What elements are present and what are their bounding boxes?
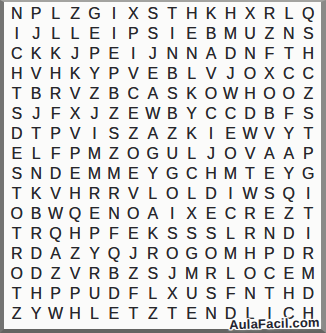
grid-cell[interactable]: Z (65, 4, 84, 24)
grid-cell[interactable]: H (46, 64, 65, 84)
grid-cell[interactable]: Z (104, 144, 123, 164)
grid-cell[interactable]: Q (46, 224, 65, 244)
grid-cell[interactable]: Q (279, 184, 298, 204)
grid-cell[interactable]: O (124, 144, 143, 164)
grid-cell[interactable]: Z (124, 264, 143, 284)
grid-cell[interactable]: P (299, 144, 318, 164)
grid-cell[interactable]: Z (260, 24, 279, 44)
grid-cell[interactable]: Z (7, 304, 26, 324)
grid-cell[interactable]: U (240, 24, 259, 44)
grid-cell[interactable]: P (85, 44, 104, 64)
grid-cell[interactable]: B (260, 104, 279, 124)
grid-cell[interactable]: Y (182, 104, 201, 124)
grid-cell[interactable]: W (46, 204, 65, 224)
grid-cell[interactable]: D (299, 284, 318, 304)
grid-cell[interactable]: I (299, 184, 318, 204)
grid-cell[interactable]: H (65, 224, 84, 244)
grid-cell[interactable]: C (260, 264, 279, 284)
grid-cell[interactable]: Z (279, 204, 298, 224)
grid-cell[interactable]: A (201, 44, 220, 64)
grid-cell[interactable]: O (7, 204, 26, 224)
grid-cell[interactable]: V (124, 184, 143, 204)
grid-cell[interactable]: F (279, 104, 298, 124)
grid-cell[interactable]: B (201, 24, 220, 44)
grid-cell[interactable]: S (143, 4, 162, 24)
grid-cell[interactable]: H (299, 44, 318, 64)
grid-cell[interactable]: Q (299, 4, 318, 24)
grid-cell[interactable]: S (163, 84, 182, 104)
grid-cell[interactable]: A (143, 84, 162, 104)
grid-cell[interactable]: G (163, 164, 182, 184)
grid-cell[interactable]: C (124, 84, 143, 104)
grid-cell[interactable]: V (46, 184, 65, 204)
grid-cell[interactable]: E (201, 204, 220, 224)
grid-cell[interactable]: Z (124, 124, 143, 144)
grid-cell[interactable]: Q (104, 244, 123, 264)
grid-cell[interactable]: D (46, 164, 65, 184)
grid-cell[interactable]: F (260, 44, 279, 64)
grid-cell[interactable]: A (279, 144, 298, 164)
grid-cell[interactable]: D (221, 44, 240, 64)
grid-cell[interactable]: B (26, 204, 45, 224)
grid-cell[interactable]: G (182, 244, 201, 264)
grid-cell[interactable]: R (143, 244, 162, 264)
grid-cell[interactable]: G (143, 144, 162, 164)
grid-cell[interactable]: T (279, 44, 298, 64)
grid-cell[interactable]: J (26, 104, 45, 124)
grid-cell[interactable]: E (279, 264, 298, 284)
grid-cell[interactable]: U (163, 144, 182, 164)
grid-cell[interactable]: D (201, 184, 220, 204)
grid-cell[interactable]: X (65, 104, 84, 124)
grid-cell[interactable]: D (279, 244, 298, 264)
grid-cell[interactable]: K (65, 64, 84, 84)
grid-cell[interactable]: N (260, 224, 279, 244)
grid-cell[interactable]: J (163, 264, 182, 284)
grid-cell[interactable]: O (201, 244, 220, 264)
grid-cell[interactable]: I (163, 24, 182, 44)
grid-cell[interactable]: D (26, 264, 45, 284)
grid-cell[interactable]: O (163, 244, 182, 264)
grid-cell[interactable]: E (182, 304, 201, 324)
grid-cell[interactable]: E (221, 124, 240, 144)
grid-cell[interactable]: N (240, 284, 259, 304)
grid-cell[interactable]: E (65, 164, 84, 184)
grid-cell[interactable]: J (201, 144, 220, 164)
grid-cell[interactable]: T (240, 164, 259, 184)
grid-cell[interactable]: U (182, 284, 201, 304)
grid-cell[interactable]: D (104, 284, 123, 304)
grid-cell[interactable]: W (221, 84, 240, 104)
grid-cell[interactable]: T (260, 284, 279, 304)
grid-cell[interactable]: E (124, 104, 143, 124)
grid-cell[interactable]: S (260, 184, 279, 204)
watermark: AulaFacil.com (229, 315, 320, 332)
grid-cell[interactable]: C (201, 104, 220, 124)
grid-cell[interactable]: O (124, 204, 143, 224)
word-search-board: NPLZGIXSTHKHXRLQIJLLEIPSIEBMUZNSCKKJPEIJ… (0, 0, 326, 333)
grid-cell[interactable]: R (85, 184, 104, 204)
grid-cell[interactable]: H (26, 284, 45, 304)
grid-cell[interactable]: X (182, 204, 201, 224)
grid-cell[interactable]: O (201, 84, 220, 104)
grid-cell[interactable]: J (143, 44, 162, 64)
grid-cell[interactable]: Y (26, 304, 45, 324)
grid-cell[interactable]: C (221, 204, 240, 224)
grid-cell[interactable]: M (182, 264, 201, 284)
grid-cell[interactable]: B (163, 104, 182, 124)
grid-cell[interactable]: M (104, 164, 123, 184)
grid-cell[interactable]: E (124, 164, 143, 184)
grid-cell[interactable]: J (85, 104, 104, 124)
grid-cell[interactable]: E (124, 224, 143, 244)
grid-cell[interactable]: L (221, 224, 240, 244)
grid-cell[interactable]: L (182, 144, 201, 164)
grid-cell[interactable]: E (104, 304, 123, 324)
grid-cell[interactable]: S (299, 24, 318, 44)
grid-cell[interactable]: L (26, 144, 45, 164)
grid-cell[interactable]: P (65, 144, 84, 164)
grid-cell[interactable]: V (260, 124, 279, 144)
grid-cell[interactable]: A (260, 144, 279, 164)
grid-cell[interactable]: F (46, 104, 65, 124)
grid-cell[interactable]: R (240, 224, 259, 244)
grid-cell[interactable]: T (299, 204, 318, 224)
grid-cell[interactable]: V (240, 144, 259, 164)
grid-cell[interactable]: H (240, 84, 259, 104)
grid-cell[interactable]: D (26, 244, 45, 264)
grid-cell[interactable]: N (104, 204, 123, 224)
grid-cell[interactable]: P (46, 124, 65, 144)
grid-cell[interactable]: A (46, 244, 65, 264)
grid-cell[interactable]: N (201, 304, 220, 324)
grid-cell[interactable]: S (143, 264, 162, 284)
grid-cell[interactable]: H (221, 4, 240, 24)
grid-cell[interactable]: V (26, 64, 45, 84)
grid-cell[interactable]: E (260, 164, 279, 184)
grid-cell[interactable]: A (143, 124, 162, 144)
grid-cell[interactable]: L (279, 4, 298, 24)
grid-cell[interactable]: P (85, 224, 104, 244)
grid-cell[interactable]: A (143, 204, 162, 224)
grid-cell[interactable]: Y (85, 244, 104, 264)
grid-cell[interactable]: I (85, 124, 104, 144)
grid-cell[interactable]: S (299, 104, 318, 124)
grid-cell[interactable]: N (182, 44, 201, 64)
grid-cell[interactable]: O (279, 84, 298, 104)
grid-cell[interactable]: I (104, 4, 123, 24)
grid-cell[interactable]: H (7, 64, 26, 84)
grid-cell[interactable]: Z (104, 104, 123, 124)
grid-cell[interactable]: H (65, 184, 84, 204)
grid-cell[interactable]: Z (163, 124, 182, 144)
grid-cell[interactable]: R (201, 264, 220, 284)
grid-cell[interactable]: C (299, 64, 318, 84)
grid-cell[interactable]: R (85, 264, 104, 284)
grid-cell[interactable]: T (7, 224, 26, 244)
grid-cell[interactable]: N (240, 44, 259, 64)
grid-cell[interactable]: M (299, 264, 318, 284)
grid-cell[interactable]: L (143, 184, 162, 204)
grid-cell[interactable]: I (104, 24, 123, 44)
grid-cell[interactable]: P (26, 4, 45, 24)
grid-cell[interactable]: O (240, 64, 259, 84)
grid-cell[interactable]: T (163, 4, 182, 24)
grid-cell[interactable]: Z (65, 244, 84, 264)
grid-cell[interactable]: M (85, 144, 104, 164)
grid-cell[interactable]: I (7, 24, 26, 44)
grid-cell[interactable]: F (104, 224, 123, 244)
grid-cell[interactable]: Y (279, 124, 298, 144)
grid-cell[interactable]: P (260, 244, 279, 264)
grid-cell[interactable]: N (279, 24, 298, 44)
grid-cell[interactable]: L (221, 264, 240, 284)
grid-cell[interactable]: H (279, 284, 298, 304)
grid-cell[interactable]: E (260, 204, 279, 224)
grid-cell[interactable]: J (124, 244, 143, 264)
grid-cell[interactable]: W (143, 104, 162, 124)
grid-cell[interactable]: S (104, 124, 123, 144)
grid-cell[interactable]: L (182, 64, 201, 84)
grid-cell[interactable]: W (240, 124, 259, 144)
grid-cell[interactable]: L (65, 24, 84, 44)
grid-cell[interactable]: D (240, 104, 259, 124)
grid-cell[interactable]: O (260, 84, 279, 104)
grid-cell[interactable]: T (124, 304, 143, 324)
grid-cell[interactable]: W (46, 304, 65, 324)
grid-cell[interactable]: L (85, 304, 104, 324)
grid-cell[interactable]: L (46, 4, 65, 24)
grid-cell[interactable]: X (124, 4, 143, 24)
grid-cell[interactable]: M (221, 164, 240, 184)
grid-cell[interactable]: T (7, 184, 26, 204)
grid-cell[interactable]: N (163, 44, 182, 64)
grid-cell[interactable]: S (201, 224, 220, 244)
grid-cell[interactable]: E (85, 204, 104, 224)
grid-cell[interactable]: E (143, 64, 162, 84)
grid-cell[interactable]: L (182, 184, 201, 204)
grid-cell[interactable]: X (240, 4, 259, 24)
grid-cell[interactable]: O (163, 184, 182, 204)
grid-cell[interactable]: B (104, 84, 123, 104)
grid-cell[interactable]: K (182, 84, 201, 104)
grid-cell[interactable]: M (85, 164, 104, 184)
grid-cell[interactable]: X (260, 64, 279, 84)
grid-cell[interactable]: Z (299, 84, 318, 104)
grid-cell[interactable]: G (299, 164, 318, 184)
grid-cell[interactable]: Y (143, 164, 162, 184)
grid-cell[interactable]: B (104, 264, 123, 284)
grid-cell[interactable]: E (104, 44, 123, 64)
grid-cell[interactable]: C (7, 44, 26, 64)
grid-cell[interactable]: T (26, 124, 45, 144)
grid-cell[interactable]: C (182, 164, 201, 184)
grid-cell[interactable]: N (7, 4, 26, 24)
grid-cell[interactable]: R (104, 184, 123, 204)
grid-cell[interactable]: I (124, 44, 143, 64)
grid-cell[interactable]: U (85, 284, 104, 304)
grid-cell[interactable]: K (182, 124, 201, 144)
grid-cell[interactable]: P (65, 284, 84, 304)
grid-cell[interactable]: R (46, 84, 65, 104)
grid-cell[interactable]: F (46, 144, 65, 164)
grid-cell[interactable]: S (201, 284, 220, 304)
grid-cell[interactable]: F (221, 284, 240, 304)
grid-cell[interactable]: I (201, 124, 220, 144)
grid-cell[interactable]: H (65, 304, 84, 324)
grid-cell[interactable]: H (201, 164, 220, 184)
grid-cell[interactable]: I (299, 224, 318, 244)
grid-cell[interactable]: T (7, 84, 26, 104)
grid-cell[interactable]: S (182, 224, 201, 244)
grid-cell[interactable]: R (240, 204, 259, 224)
grid-cell[interactable]: V (65, 264, 84, 284)
grid-cell[interactable]: Y (85, 64, 104, 84)
grid-cell[interactable]: S (7, 104, 26, 124)
grid-cell[interactable]: J (221, 64, 240, 84)
grid-cell[interactable]: C (221, 104, 240, 124)
grid-cell[interactable]: J (65, 44, 84, 64)
grid-cell[interactable]: R (7, 244, 26, 264)
grid-cell[interactable]: K (26, 44, 45, 64)
grid-cell[interactable]: O (240, 264, 259, 284)
grid-cell[interactable]: F (124, 284, 143, 304)
grid-cell[interactable]: S (7, 164, 26, 184)
grid-cell[interactable]: P (124, 24, 143, 44)
grid-cell[interactable]: G (85, 4, 104, 24)
grid-cell[interactable]: V (65, 84, 84, 104)
grid-cell[interactable]: T (163, 304, 182, 324)
grid-cell[interactable]: T (7, 284, 26, 304)
grid-cell[interactable]: E (7, 144, 26, 164)
grid-cell[interactable]: N (26, 164, 45, 184)
grid-cell[interactable]: E (85, 24, 104, 44)
grid-cell[interactable]: Z (85, 84, 104, 104)
grid-cell[interactable]: S (163, 224, 182, 244)
grid-cell[interactable]: B (26, 84, 45, 104)
grid-cell[interactable]: V (201, 64, 220, 84)
grid-cell[interactable]: M (221, 244, 240, 264)
grid-cell[interactable]: Z (143, 304, 162, 324)
grid-cell[interactable]: O (7, 264, 26, 284)
grid-cell[interactable]: I (163, 204, 182, 224)
grid-cell[interactable]: W (240, 184, 259, 204)
grid-cell[interactable]: H (182, 4, 201, 24)
grid-cell[interactable]: L (46, 24, 65, 44)
grid-cell[interactable]: L (143, 284, 162, 304)
grid-cell[interactable]: S (143, 24, 162, 44)
grid-cell[interactable]: D (7, 124, 26, 144)
grid-cell[interactable]: V (65, 124, 84, 144)
grid-cell[interactable]: R (299, 244, 318, 264)
grid-cell[interactable]: H (240, 244, 259, 264)
grid-cell[interactable]: B (163, 64, 182, 84)
grid-cell[interactable]: K (143, 224, 162, 244)
grid-cell[interactable]: K (46, 44, 65, 64)
grid-cell[interactable]: K (201, 4, 220, 24)
grid-cell[interactable]: Y (279, 164, 298, 184)
grid-cell[interactable]: P (104, 64, 123, 84)
grid-cell[interactable]: V (124, 64, 143, 84)
grid-cell[interactable]: R (26, 224, 45, 244)
grid-cell[interactable]: J (26, 24, 45, 44)
grid-cell[interactable]: P (46, 284, 65, 304)
word-search-grid: NPLZGIXSTHKHXRLQIJLLEIPSIEBMUZNSCKKJPEIJ… (4, 2, 321, 329)
grid-cell[interactable]: T (299, 124, 318, 144)
grid-cell[interactable]: M (221, 24, 240, 44)
grid-cell[interactable]: X (163, 284, 182, 304)
grid-cell[interactable]: R (260, 4, 279, 24)
grid-cell[interactable]: E (182, 24, 201, 44)
grid-cell[interactable]: O (221, 144, 240, 164)
grid-cell[interactable]: Q (65, 204, 84, 224)
grid-cell[interactable]: C (279, 64, 298, 84)
grid-cell[interactable]: Z (46, 264, 65, 284)
grid-cell[interactable]: K (26, 184, 45, 204)
grid-cell[interactable]: I (221, 184, 240, 204)
grid-cell[interactable]: D (279, 224, 298, 244)
